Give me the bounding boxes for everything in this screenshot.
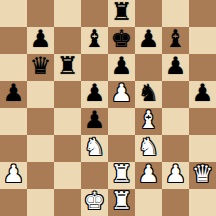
square-b8[interactable] [27, 0, 54, 27]
piece-white-knight: ♞ [138, 134, 160, 161]
square-c7[interactable] [54, 27, 81, 54]
piece-black-bishop: ♝ [84, 26, 106, 53]
piece-white-pawn: ♟ [3, 161, 25, 188]
square-a2[interactable]: ♟ [0, 162, 27, 189]
square-f1[interactable] [135, 189, 162, 216]
piece-white-knight: ♞ [84, 134, 106, 161]
square-f2[interactable]: ♟ [135, 162, 162, 189]
piece-white-pawn: ♟ [111, 80, 133, 107]
square-a6[interactable] [0, 54, 27, 81]
square-b5[interactable] [27, 81, 54, 108]
piece-black-pawn: ♟ [138, 26, 160, 53]
square-d4[interactable]: ♟ [81, 108, 108, 135]
square-d1[interactable]: ♚ [81, 189, 108, 216]
piece-black-queen: ♛ [30, 53, 52, 80]
square-a1[interactable] [0, 189, 27, 216]
square-e7[interactable]: ♚ [108, 27, 135, 54]
square-a3[interactable] [0, 135, 27, 162]
square-b6[interactable]: ♛ [27, 54, 54, 81]
square-d3[interactable]: ♞ [81, 135, 108, 162]
piece-black-king: ♚ [111, 26, 133, 53]
square-c8[interactable] [54, 0, 81, 27]
square-d5[interactable]: ♟ [81, 81, 108, 108]
piece-white-bishop: ♝ [138, 107, 160, 134]
piece-white-pawn: ♟ [138, 161, 160, 188]
piece-black-bishop: ♝ [165, 26, 187, 53]
square-h7[interactable] [189, 27, 216, 54]
square-e5[interactable]: ♟ [108, 81, 135, 108]
square-f5[interactable]: ♞ [135, 81, 162, 108]
square-h5[interactable]: ♟ [189, 81, 216, 108]
square-b3[interactable] [27, 135, 54, 162]
square-e1[interactable]: ♜ [108, 189, 135, 216]
piece-black-pawn: ♟ [84, 107, 106, 134]
square-g7[interactable]: ♝ [162, 27, 189, 54]
square-a5[interactable]: ♟ [0, 81, 27, 108]
piece-white-king: ♚ [84, 188, 106, 215]
square-c5[interactable] [54, 81, 81, 108]
square-c2[interactable] [54, 162, 81, 189]
square-f7[interactable]: ♟ [135, 27, 162, 54]
square-d2[interactable] [81, 162, 108, 189]
square-c4[interactable] [54, 108, 81, 135]
square-h3[interactable] [189, 135, 216, 162]
square-b4[interactable] [27, 108, 54, 135]
square-c1[interactable] [54, 189, 81, 216]
square-f8[interactable] [135, 0, 162, 27]
piece-white-rook: ♜ [111, 161, 133, 188]
square-d8[interactable] [81, 0, 108, 27]
piece-white-queen: ♛ [192, 161, 214, 188]
square-a4[interactable] [0, 108, 27, 135]
piece-black-knight: ♞ [138, 80, 160, 107]
piece-black-pawn: ♟ [30, 26, 52, 53]
square-e2[interactable]: ♜ [108, 162, 135, 189]
piece-white-rook: ♜ [111, 188, 133, 215]
square-f4[interactable]: ♝ [135, 108, 162, 135]
square-g6[interactable]: ♟ [162, 54, 189, 81]
square-e3[interactable] [108, 135, 135, 162]
piece-black-rook: ♜ [111, 0, 133, 26]
square-g1[interactable] [162, 189, 189, 216]
square-d6[interactable] [81, 54, 108, 81]
square-e6[interactable]: ♟ [108, 54, 135, 81]
piece-black-pawn: ♟ [84, 80, 106, 107]
square-g3[interactable] [162, 135, 189, 162]
square-g4[interactable] [162, 108, 189, 135]
square-f6[interactable] [135, 54, 162, 81]
square-c3[interactable] [54, 135, 81, 162]
square-b7[interactable]: ♟ [27, 27, 54, 54]
square-f3[interactable]: ♞ [135, 135, 162, 162]
piece-black-rook: ♜ [57, 53, 79, 80]
square-h1[interactable] [189, 189, 216, 216]
square-b2[interactable] [27, 162, 54, 189]
square-e8[interactable]: ♜ [108, 0, 135, 27]
chess-board: ♜♟♝♚♟♝♛♜♟♟♟♟♟♞♟♟♝♞♞♟♜♟♟♛♚♜ [0, 0, 216, 216]
square-g2[interactable]: ♟ [162, 162, 189, 189]
square-g8[interactable] [162, 0, 189, 27]
square-h2[interactable]: ♛ [189, 162, 216, 189]
square-h6[interactable] [189, 54, 216, 81]
square-a8[interactable] [0, 0, 27, 27]
square-h8[interactable] [189, 0, 216, 27]
square-g5[interactable] [162, 81, 189, 108]
square-a7[interactable] [0, 27, 27, 54]
piece-black-pawn: ♟ [3, 80, 25, 107]
piece-white-pawn: ♟ [165, 161, 187, 188]
piece-black-pawn: ♟ [192, 80, 214, 107]
square-e4[interactable] [108, 108, 135, 135]
piece-black-pawn: ♟ [165, 53, 187, 80]
square-d7[interactable]: ♝ [81, 27, 108, 54]
square-h4[interactable] [189, 108, 216, 135]
square-c6[interactable]: ♜ [54, 54, 81, 81]
piece-black-pawn: ♟ [111, 53, 133, 80]
square-b1[interactable] [27, 189, 54, 216]
